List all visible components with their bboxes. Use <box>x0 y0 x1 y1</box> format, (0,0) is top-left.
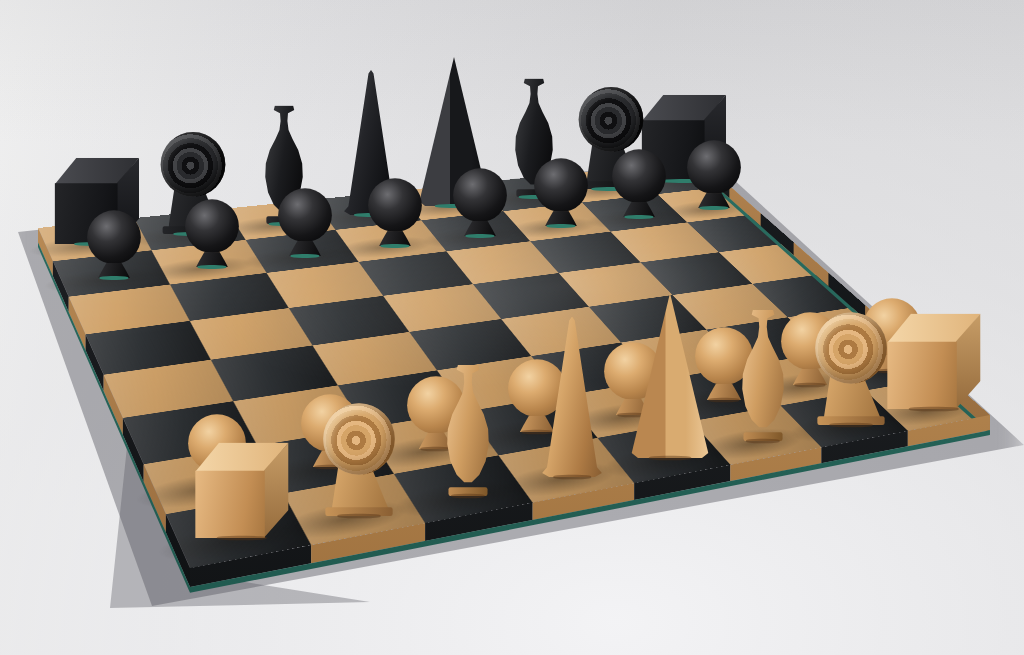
white-knight-scroll <box>811 312 891 425</box>
black-pawn-sphere <box>534 158 588 226</box>
white-knight-scroll <box>318 403 398 516</box>
black-pawn-sphere <box>87 211 141 279</box>
black-pawn-sphere <box>453 168 507 236</box>
black-pawn-sphere <box>185 199 239 267</box>
white-bishop-bottle <box>437 365 500 496</box>
chess-set-photo <box>0 0 1024 655</box>
black-pawn-sphere <box>279 188 333 256</box>
pieces-layer <box>0 0 1024 655</box>
white-king-pyramid <box>631 293 709 458</box>
white-rook-cube <box>888 314 981 409</box>
black-pawn-sphere <box>612 149 666 217</box>
white-bishop-bottle <box>731 310 794 441</box>
white-rook-cube <box>196 443 289 538</box>
white-queen-cone <box>537 316 606 477</box>
black-pawn-sphere <box>687 141 741 209</box>
black-pawn-sphere <box>368 178 422 246</box>
